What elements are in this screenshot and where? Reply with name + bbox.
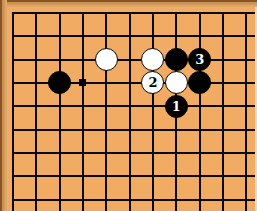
board-frame-left	[0, 0, 7, 211]
go-board-diagram: 321	[0, 0, 257, 211]
black-stone-move-1: 1	[165, 95, 188, 118]
move-number-label: 1	[172, 100, 181, 113]
board-frame-top	[0, 0, 257, 7]
board-edge-highlight	[255, 0, 257, 211]
board-grid	[12, 12, 257, 211]
move-number-label: 2	[148, 76, 157, 89]
star-point-marker	[79, 79, 86, 86]
move-number-label: 3	[195, 53, 204, 66]
white-stone	[95, 48, 118, 71]
black-stone	[165, 48, 188, 71]
